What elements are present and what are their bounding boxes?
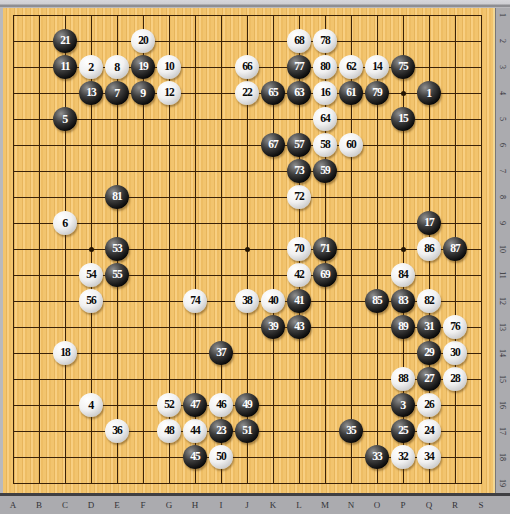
row-coordinate-strip	[495, 8, 510, 493]
go-diagram-window: 1234567891011121314151617181920212223242…	[0, 0, 510, 514]
column-coordinate-strip	[0, 493, 510, 514]
window-top-bar	[0, 0, 510, 8]
go-board[interactable]	[3, 8, 495, 493]
